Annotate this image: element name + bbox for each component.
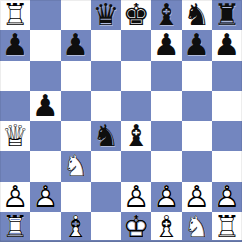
white-rook-glyph: ♖ — [2, 0, 29, 30]
square-b2[interactable]: ♟♙ — [30, 182, 60, 212]
square-c6[interactable] — [61, 61, 91, 91]
black-pawn-glyph: ♟ — [153, 30, 180, 60]
square-g1[interactable]: ♞♘ — [182, 212, 212, 242]
square-b1[interactable] — [30, 212, 60, 242]
white-pawn-glyph: ♙ — [183, 182, 210, 212]
white-bishop[interactable]: ♝♗ — [61, 212, 91, 242]
square-d3[interactable] — [91, 151, 121, 181]
square-b5[interactable]: ♟ — [30, 91, 60, 121]
white-queen-glyph: ♕ — [2, 121, 29, 151]
white-bishop-glyph: ♗ — [62, 212, 89, 242]
square-a4[interactable]: ♛♕ — [0, 121, 30, 151]
square-g7[interactable]: ♟ — [182, 30, 212, 60]
square-d2[interactable] — [91, 182, 121, 212]
square-a2[interactable]: ♟♙ — [0, 182, 30, 212]
square-c7[interactable]: ♟ — [61, 30, 91, 60]
square-h8[interactable]: ♜ — [212, 0, 242, 30]
white-bishop[interactable]: ♝♗ — [151, 212, 181, 242]
square-d1[interactable] — [91, 212, 121, 242]
chess-board: ♜♖♛♚♝♞♜♟♟♟♟♟♟♛♕♞♝♞♘♟♙♟♙♟♙♟♙♟♙♟♙♜♖♝♗♚♔♝♗♞… — [0, 0, 242, 242]
square-d8[interactable]: ♛ — [91, 0, 121, 30]
square-c1[interactable]: ♝♗ — [61, 212, 91, 242]
square-a5[interactable] — [0, 91, 30, 121]
white-rook-glyph: ♖ — [213, 212, 240, 242]
black-pawn[interactable]: ♟ — [151, 30, 181, 60]
square-g3[interactable] — [182, 151, 212, 181]
black-king-glyph: ♚ — [123, 0, 150, 30]
white-rook-glyph: ♖ — [2, 212, 29, 242]
square-h2[interactable]: ♟♙ — [212, 182, 242, 212]
white-knight[interactable]: ♞♘ — [61, 151, 91, 181]
square-h1[interactable]: ♜♖ — [212, 212, 242, 242]
square-a1[interactable]: ♜♖ — [0, 212, 30, 242]
square-h3[interactable] — [212, 151, 242, 181]
square-e6[interactable] — [121, 61, 151, 91]
square-b7[interactable] — [30, 30, 60, 60]
black-rook-glyph: ♜ — [213, 0, 240, 30]
white-king-glyph: ♔ — [123, 212, 150, 242]
square-e7[interactable] — [121, 30, 151, 60]
white-pawn-glyph: ♙ — [32, 182, 59, 212]
white-pawn-glyph: ♙ — [153, 182, 180, 212]
square-h6[interactable] — [212, 61, 242, 91]
black-bishop[interactable]: ♝ — [151, 0, 181, 30]
black-pawn[interactable]: ♟ — [0, 30, 30, 60]
square-a7[interactable]: ♟ — [0, 30, 30, 60]
square-a8[interactable]: ♜♖ — [0, 0, 30, 30]
square-c3[interactable]: ♞♘ — [61, 151, 91, 181]
chess-board-widget: ♜♖♛♚♝♞♜♟♟♟♟♟♟♛♕♞♝♞♘♟♙♟♙♟♙♟♙♟♙♟♙♜♖♝♗♚♔♝♗♞… — [0, 0, 242, 242]
square-f3[interactable] — [151, 151, 181, 181]
square-d4[interactable]: ♞ — [91, 121, 121, 151]
black-king[interactable]: ♚ — [121, 0, 151, 30]
black-pawn-glyph: ♟ — [213, 30, 240, 60]
white-pawn-glyph: ♙ — [2, 182, 29, 212]
black-pawn[interactable]: ♟ — [30, 91, 60, 121]
black-pawn-glyph: ♟ — [32, 91, 59, 121]
square-c5[interactable] — [61, 91, 91, 121]
white-knight[interactable]: ♞♘ — [182, 212, 212, 242]
square-b4[interactable] — [30, 121, 60, 151]
white-pawn[interactable]: ♟♙ — [0, 182, 30, 212]
white-pawn[interactable]: ♟♙ — [212, 182, 242, 212]
black-pawn[interactable]: ♟ — [61, 30, 91, 60]
square-f8[interactable]: ♝ — [151, 0, 181, 30]
black-queen[interactable]: ♛ — [91, 0, 121, 30]
square-c4[interactable] — [61, 121, 91, 151]
square-f1[interactable]: ♝♗ — [151, 212, 181, 242]
square-b3[interactable] — [30, 151, 60, 181]
white-rook[interactable]: ♜♖ — [212, 212, 242, 242]
white-rook[interactable]: ♜♖ — [0, 212, 30, 242]
square-e5[interactable] — [121, 91, 151, 121]
white-queen[interactable]: ♛♕ — [0, 121, 30, 151]
square-h5[interactable] — [212, 91, 242, 121]
square-a3[interactable] — [0, 151, 30, 181]
square-g8[interactable]: ♞ — [182, 0, 212, 30]
white-pawn[interactable]: ♟♙ — [182, 182, 212, 212]
black-bishop-glyph: ♝ — [123, 121, 150, 151]
square-g5[interactable] — [182, 91, 212, 121]
black-knight[interactable]: ♞ — [182, 0, 212, 30]
square-c8[interactable] — [61, 0, 91, 30]
white-pawn[interactable]: ♟♙ — [121, 182, 151, 212]
black-pawn-glyph: ♟ — [2, 30, 29, 60]
square-g4[interactable] — [182, 121, 212, 151]
square-g6[interactable] — [182, 61, 212, 91]
white-pawn[interactable]: ♟♙ — [30, 182, 60, 212]
square-h4[interactable] — [212, 121, 242, 151]
square-f6[interactable] — [151, 61, 181, 91]
square-e3[interactable] — [121, 151, 151, 181]
black-knight-glyph: ♞ — [183, 0, 210, 30]
white-knight-glyph: ♘ — [183, 212, 210, 242]
square-c2[interactable] — [61, 182, 91, 212]
square-h7[interactable]: ♟ — [212, 30, 242, 60]
square-d7[interactable] — [91, 30, 121, 60]
square-f5[interactable] — [151, 91, 181, 121]
white-pawn-glyph: ♙ — [213, 182, 240, 212]
black-pawn-glyph: ♟ — [183, 30, 210, 60]
white-knight-glyph: ♘ — [62, 151, 89, 181]
black-knight[interactable]: ♞ — [91, 121, 121, 151]
black-bishop-glyph: ♝ — [153, 0, 180, 30]
square-f4[interactable] — [151, 121, 181, 151]
white-pawn[interactable]: ♟♙ — [151, 182, 181, 212]
square-b8[interactable] — [30, 0, 60, 30]
black-rook[interactable]: ♜ — [212, 0, 242, 30]
square-e2[interactable]: ♟♙ — [121, 182, 151, 212]
square-e8[interactable]: ♚ — [121, 0, 151, 30]
white-rook[interactable]: ♜♖ — [0, 0, 30, 30]
black-knight-glyph: ♞ — [92, 121, 119, 151]
square-b6[interactable] — [30, 61, 60, 91]
square-f7[interactable]: ♟ — [151, 30, 181, 60]
black-bishop[interactable]: ♝ — [121, 121, 151, 151]
white-bishop-glyph: ♗ — [153, 212, 180, 242]
square-d5[interactable] — [91, 91, 121, 121]
white-pawn-glyph: ♙ — [123, 182, 150, 212]
square-f2[interactable]: ♟♙ — [151, 182, 181, 212]
square-a6[interactable] — [0, 61, 30, 91]
square-e1[interactable]: ♚♔ — [121, 212, 151, 242]
black-pawn-glyph: ♟ — [62, 30, 89, 60]
black-pawn[interactable]: ♟ — [212, 30, 242, 60]
square-d6[interactable] — [91, 61, 121, 91]
square-g2[interactable]: ♟♙ — [182, 182, 212, 212]
black-pawn[interactable]: ♟ — [182, 30, 212, 60]
white-king[interactable]: ♚♔ — [121, 212, 151, 242]
black-queen-glyph: ♛ — [92, 0, 119, 30]
square-e4[interactable]: ♝ — [121, 121, 151, 151]
